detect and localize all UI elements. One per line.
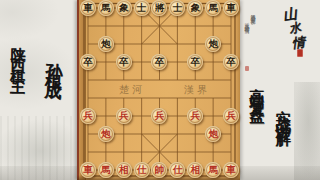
piece-glyph: 象 (119, 3, 129, 13)
piece-馬-red[interactable]: 馬 (98, 162, 114, 178)
right-caption-practical-commentary: 实战讲解 (273, 98, 292, 126)
piece-glyph: 兵 (226, 111, 236, 121)
left-title-shaanxi-chess-king: 陕西棋王 (8, 35, 28, 79)
piece-兵-red[interactable]: 兵 (223, 108, 239, 124)
video-frame: 陕西棋王 孙根成 高端复盘 实战讲解 山 水 情 清风明月本无价 近水遥山皆有情… (0, 0, 320, 180)
piece-車-red[interactable]: 車 (80, 162, 96, 178)
piece-馬-black[interactable]: 馬 (98, 0, 114, 16)
piece-glyph: 馬 (208, 3, 218, 13)
watermark-pagoda-sketch (294, 82, 320, 180)
piece-glyph: 兵 (83, 111, 93, 121)
red-seal-stamp (297, 49, 303, 57)
piece-glyph: 炮 (208, 39, 218, 49)
piece-glyph: 士 (173, 3, 183, 13)
piece-炮-red[interactable]: 炮 (98, 126, 114, 142)
piece-glyph: 將 (155, 3, 165, 13)
piece-象-black[interactable]: 象 (116, 0, 132, 16)
logo-small-calligraphy-column-2: 近水遥山皆有情 (244, 18, 250, 25)
piece-兵-red[interactable]: 兵 (151, 108, 167, 124)
piece-仕-red[interactable]: 仕 (169, 162, 185, 178)
piece-卒-black[interactable]: 卒 (187, 54, 203, 70)
piece-glyph: 士 (137, 3, 147, 13)
piece-glyph: 象 (191, 3, 201, 13)
piece-glyph: 車 (226, 3, 236, 13)
red-seal-stamp-small (245, 66, 249, 71)
pieces-layer: 車馬象士將士象馬車炮炮卒卒卒卒卒兵兵兵兵兵炮炮車馬相仕帥仕相馬車 (79, 0, 240, 179)
piece-炮-red[interactable]: 炮 (205, 126, 221, 142)
piece-glyph: 車 (83, 165, 93, 175)
piece-帥-red[interactable]: 帥 (151, 162, 167, 178)
piece-士-black[interactable]: 士 (134, 0, 150, 16)
piece-glyph: 帥 (155, 165, 165, 175)
piece-glyph: 馬 (101, 3, 111, 13)
piece-士-black[interactable]: 士 (169, 0, 185, 16)
piece-glyph: 卒 (83, 57, 93, 67)
piece-glyph: 炮 (101, 129, 111, 139)
piece-卒-black[interactable]: 卒 (223, 54, 239, 70)
piece-glyph: 馬 (208, 165, 218, 175)
piece-glyph: 車 (83, 3, 93, 13)
piece-glyph: 相 (119, 165, 129, 175)
piece-兵-red[interactable]: 兵 (116, 108, 132, 124)
piece-將-black[interactable]: 將 (151, 0, 167, 16)
piece-glyph: 炮 (101, 39, 111, 49)
piece-glyph: 車 (226, 165, 236, 175)
piece-兵-red[interactable]: 兵 (80, 108, 96, 124)
piece-兵-red[interactable]: 兵 (187, 108, 203, 124)
piece-glyph: 相 (191, 165, 201, 175)
player-name-sun-gencheng: 孙根成 (43, 49, 67, 77)
piece-卒-black[interactable]: 卒 (116, 54, 132, 70)
piece-仕-red[interactable]: 仕 (134, 162, 150, 178)
piece-glyph: 炮 (208, 129, 218, 139)
piece-炮-black[interactable]: 炮 (98, 36, 114, 52)
piece-象-black[interactable]: 象 (187, 0, 203, 16)
piece-glyph: 仕 (137, 165, 147, 175)
logo-small-calligraphy-column-1: 清风明月本无价 (250, 10, 256, 17)
piece-相-red[interactable]: 相 (116, 162, 132, 178)
right-caption-highend-review: 高端复盘 (247, 75, 266, 103)
piece-glyph: 兵 (119, 111, 129, 121)
piece-車-black[interactable]: 車 (223, 0, 239, 16)
piece-馬-red[interactable]: 馬 (205, 162, 221, 178)
piece-馬-black[interactable]: 馬 (205, 0, 221, 16)
piece-glyph: 卒 (191, 57, 201, 67)
piece-卒-black[interactable]: 卒 (80, 54, 96, 70)
piece-glyph: 兵 (155, 111, 165, 121)
piece-炮-black[interactable]: 炮 (205, 36, 221, 52)
piece-glyph: 卒 (226, 57, 236, 67)
piece-相-red[interactable]: 相 (187, 162, 203, 178)
piece-glyph: 卒 (155, 57, 165, 67)
piece-車-red[interactable]: 車 (223, 162, 239, 178)
piece-glyph: 卒 (119, 57, 129, 67)
piece-卒-black[interactable]: 卒 (151, 54, 167, 70)
piece-glyph: 仕 (173, 165, 183, 175)
piece-車-black[interactable]: 車 (80, 0, 96, 16)
piece-glyph: 兵 (191, 111, 201, 121)
piece-glyph: 馬 (101, 165, 111, 175)
